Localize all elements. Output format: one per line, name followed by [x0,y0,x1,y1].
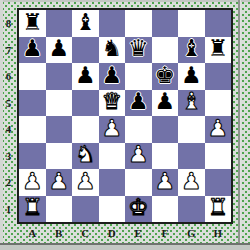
square-g6[interactable]: ♟ [178,63,205,90]
piece-black-pawn[interactable]: ♟ [101,64,122,87]
square-e4[interactable] [125,116,152,143]
square-e8[interactable] [125,10,152,37]
square-d7[interactable]: ♞ [99,37,126,64]
square-e3[interactable]: ♟ [125,143,152,170]
file-label-g: G [178,224,205,242]
piece-white-pawn[interactable]: ♟ [128,143,149,166]
square-e2[interactable] [125,169,152,196]
piece-black-rook[interactable]: ♜ [207,37,228,60]
file-label-a: A [19,224,46,242]
rank-label-5: 5 [0,90,17,117]
square-e5[interactable]: ♟ [125,90,152,117]
square-b1[interactable] [46,196,73,223]
square-g8[interactable] [178,10,205,37]
piece-white-rook[interactable]: ♜ [22,196,43,219]
bottom-frame-band [0,245,250,250]
square-a4[interactable] [19,116,46,143]
square-f4[interactable] [152,116,179,143]
file-label-h: H [205,224,232,242]
square-b2[interactable]: ♟ [46,169,73,196]
file-label-c: C [72,224,99,242]
square-f5[interactable]: ♟ [152,90,179,117]
rank-label-3: 3 [0,143,17,170]
square-d4[interactable]: ♟ [99,116,126,143]
piece-white-queen[interactable]: ♛ [101,90,122,113]
square-h4[interactable]: ♟ [205,116,232,143]
square-e7[interactable]: ♛ [125,37,152,64]
square-e6[interactable] [125,63,152,90]
square-d8[interactable] [99,10,126,37]
chess-app-window: 87654321 ♜♝♟♟♞♛♝♜♟♟♚♟♛♟♟♝♟♟♞♟♟♟♟♟♟♜♚♜ AB… [0,0,250,250]
chess-board: ♜♝♟♟♞♛♝♜♟♟♚♟♛♟♟♝♟♟♞♟♟♟♟♟♟♜♚♜ [17,8,233,224]
piece-white-pawn[interactable]: ♟ [48,170,69,193]
square-g3[interactable] [178,143,205,170]
rank-label-2: 2 [0,169,17,196]
square-a1[interactable]: ♜ [19,196,46,223]
square-f3[interactable] [152,143,179,170]
square-a3[interactable] [19,143,46,170]
top-frame-strip [0,0,250,2]
piece-white-pawn[interactable]: ♟ [75,170,96,193]
square-d1[interactable] [99,196,126,223]
piece-black-pawn[interactable]: ♟ [75,64,96,87]
square-f7[interactable] [152,37,179,64]
square-a7[interactable]: ♟ [19,37,46,64]
square-b7[interactable]: ♟ [46,37,73,64]
square-c4[interactable] [72,116,99,143]
square-f6[interactable]: ♚ [152,63,179,90]
square-d2[interactable] [99,169,126,196]
right-frame-highlight [240,0,241,250]
piece-black-bishop[interactable]: ♝ [75,11,96,34]
square-a2[interactable]: ♟ [19,169,46,196]
square-c5[interactable] [72,90,99,117]
square-c3[interactable]: ♞ [72,143,99,170]
piece-black-queen[interactable]: ♛ [128,37,149,60]
piece-black-king[interactable]: ♚ [154,64,175,87]
square-f2[interactable]: ♟ [152,169,179,196]
square-f8[interactable] [152,10,179,37]
rank-label-7: 7 [0,37,17,64]
piece-black-pawn[interactable]: ♟ [22,37,43,60]
square-h7[interactable]: ♜ [205,37,232,64]
square-d6[interactable]: ♟ [99,63,126,90]
square-b6[interactable] [46,63,73,90]
square-c8[interactable]: ♝ [72,10,99,37]
piece-white-rook[interactable]: ♜ [207,196,228,219]
square-f1[interactable] [152,196,179,223]
square-g5[interactable]: ♝ [178,90,205,117]
file-label-d: D [99,224,126,242]
piece-white-bishop[interactable]: ♝ [181,90,202,113]
square-b3[interactable] [46,143,73,170]
piece-white-pawn[interactable]: ♟ [181,170,202,193]
square-g1[interactable] [178,196,205,223]
square-g2[interactable]: ♟ [178,169,205,196]
piece-white-king[interactable]: ♚ [128,196,149,219]
square-a5[interactable] [19,90,46,117]
piece-white-pawn[interactable]: ♟ [22,170,43,193]
square-h1[interactable]: ♜ [205,196,232,223]
square-g7[interactable]: ♝ [178,37,205,64]
square-e1[interactable]: ♚ [125,196,152,223]
file-label-e: E [125,224,152,242]
square-b8[interactable] [46,10,73,37]
square-d3[interactable] [99,143,126,170]
square-c1[interactable] [72,196,99,223]
square-a6[interactable] [19,63,46,90]
rank-label-6: 6 [0,63,17,90]
file-label-f: F [152,224,179,242]
square-h3[interactable] [205,143,232,170]
square-h2[interactable] [205,169,232,196]
piece-black-pawn[interactable]: ♟ [128,90,149,113]
square-a8[interactable]: ♜ [19,10,46,37]
rank-label-8: 8 [0,10,17,37]
piece-black-pawn[interactable]: ♟ [181,64,202,87]
square-h8[interactable] [205,10,232,37]
piece-black-knight[interactable]: ♞ [101,37,122,60]
square-c6[interactable]: ♟ [72,63,99,90]
square-d5[interactable]: ♛ [99,90,126,117]
piece-black-pawn[interactable]: ♟ [154,90,175,113]
file-labels: ABCDEFGH [19,224,231,242]
square-c2[interactable]: ♟ [72,169,99,196]
piece-black-pawn[interactable]: ♟ [48,37,69,60]
square-g4[interactable] [178,116,205,143]
square-b4[interactable] [46,116,73,143]
piece-white-pawn[interactable]: ♟ [101,117,122,140]
square-h5[interactable] [205,90,232,117]
rank-label-1: 1 [0,196,17,223]
rank-label-4: 4 [0,116,17,143]
piece-white-pawn[interactable]: ♟ [154,170,175,193]
piece-black-rook[interactable]: ♜ [22,11,43,34]
piece-black-bishop[interactable]: ♝ [181,37,202,60]
file-label-b: B [46,224,73,242]
piece-white-pawn[interactable]: ♟ [207,117,228,140]
square-h6[interactable] [205,63,232,90]
piece-white-knight[interactable]: ♞ [75,143,96,166]
square-c7[interactable] [72,37,99,64]
square-b5[interactable] [46,90,73,117]
rank-labels: 87654321 [0,10,17,222]
